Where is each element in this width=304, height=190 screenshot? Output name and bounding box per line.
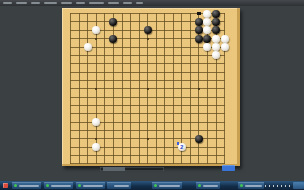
star-point-Q10: [198, 88, 200, 90]
grid-hline-11: [70, 105, 225, 106]
menu-item-5[interactable]: [76, 2, 85, 5]
menu-item-8[interactable]: [123, 2, 132, 5]
menu-item-4[interactable]: [61, 2, 72, 5]
system-clock: [293, 182, 304, 189]
taskbar-button-1[interactable]: [44, 182, 73, 189]
start-icon[interactable]: [3, 183, 8, 188]
stone-black-F16[interactable]: [109, 35, 117, 43]
stone-white-O3[interactable]: 2: [178, 143, 186, 151]
taskbar-button-text: [51, 185, 71, 187]
taskbar-button-text: [159, 185, 180, 187]
grid-vline-11: [164, 13, 165, 164]
stone-black-F18[interactable]: [109, 18, 117, 26]
stone-white-D6[interactable]: [92, 118, 100, 126]
stone-black-Q18[interactable]: [195, 18, 203, 26]
stone-black-Q4[interactable]: [195, 135, 203, 143]
app-icon: [240, 184, 243, 187]
grid-hline-10: [70, 97, 225, 98]
stone-white-R19[interactable]: [203, 10, 211, 18]
star-point-K16: [147, 38, 149, 40]
menu-item-7[interactable]: [108, 2, 119, 5]
grid-hline-14: [70, 130, 225, 131]
taskbar-button-3[interactable]: [107, 182, 131, 189]
star-point-D10: [95, 88, 97, 90]
taskbar-button-text: [245, 185, 262, 187]
move-counter-badge: [222, 165, 235, 171]
tray-icon-4[interactable]: [273, 185, 275, 188]
menu-item-1[interactable]: [16, 2, 27, 5]
square-marker-Q19: [197, 12, 201, 16]
stone-black-S17[interactable]: [212, 26, 220, 34]
taskbar-button-2[interactable]: [76, 182, 105, 189]
menu-item-2[interactable]: [31, 2, 40, 5]
app-icon: [78, 184, 81, 187]
grid-hline-18: [70, 163, 225, 164]
stone-black-K17[interactable]: [144, 26, 152, 34]
app-menubar: [0, 0, 304, 6]
stone-black-Q16[interactable]: [195, 35, 203, 43]
stone-white-R15[interactable]: [203, 43, 211, 51]
taskbar: [0, 181, 304, 190]
taskbar-button-0[interactable]: [12, 182, 41, 189]
stone-black-S19[interactable]: [212, 10, 220, 18]
stone-white-D17[interactable]: [92, 26, 100, 34]
star-point-K4: [147, 138, 149, 140]
star-point-D16: [95, 38, 97, 40]
taskbar-button-text: [19, 185, 39, 187]
taskbar-button-6[interactable]: [238, 182, 264, 189]
taskbar-button-text: [83, 185, 103, 187]
grid-vline-10: [156, 13, 157, 164]
stone-white-R18[interactable]: [203, 18, 211, 26]
grid-hline-17: [70, 155, 225, 156]
stone-black-R16[interactable]: [203, 35, 211, 43]
app-icon: [198, 184, 201, 187]
star-point-D4: [95, 138, 97, 140]
stone-white-S16[interactable]: [212, 35, 220, 43]
grid-vline-14: [190, 13, 191, 164]
tray-icon-3[interactable]: [277, 185, 279, 188]
app-icon: [14, 184, 17, 187]
taskbar-button-5[interactable]: [196, 182, 220, 189]
menu-item-0[interactable]: [3, 2, 12, 5]
grid-vline-13: [181, 13, 182, 164]
stone-white-C15[interactable]: [84, 43, 92, 51]
tray-icon-0[interactable]: [289, 185, 291, 188]
stone-white-S15[interactable]: [212, 43, 220, 51]
grid-hline-12: [70, 113, 225, 114]
current-move-mark: [177, 142, 180, 145]
stone-white-S14[interactable]: [212, 51, 220, 59]
app-icon: [46, 184, 49, 187]
taskbar-button-text: [203, 185, 218, 187]
stone-white-R17[interactable]: [203, 26, 211, 34]
menu-item-9[interactable]: [136, 2, 143, 5]
move-slider-thumb[interactable]: [103, 167, 125, 171]
stone-white-D3[interactable]: [92, 143, 100, 151]
tray-icon-5[interactable]: [269, 185, 271, 188]
stone-white-T15[interactable]: [221, 43, 229, 51]
desktop-screen: 2: [0, 0, 304, 190]
menu-item-6[interactable]: [89, 2, 104, 5]
app-icon: [154, 184, 157, 187]
star-point-K10: [147, 88, 149, 90]
menu-item-3[interactable]: [44, 2, 57, 5]
tray-icon-1[interactable]: [285, 185, 287, 188]
tray-icon-6[interactable]: [265, 185, 267, 188]
go-board[interactable]: 2: [62, 8, 240, 166]
taskbar-button-text: [114, 185, 129, 187]
taskbar-button-4[interactable]: [152, 182, 182, 189]
stone-black-S18[interactable]: [212, 18, 220, 26]
tray-icon-2[interactable]: [281, 185, 283, 188]
stone-white-T16[interactable]: [221, 35, 229, 43]
grid-vline-12: [173, 13, 174, 164]
stone-black-Q17[interactable]: [195, 26, 203, 34]
